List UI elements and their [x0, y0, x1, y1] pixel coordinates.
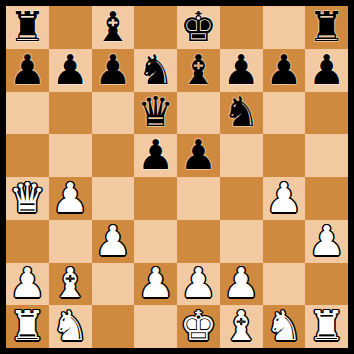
white-pawn[interactable]: ♟	[137, 263, 174, 304]
square-b3[interactable]	[49, 220, 92, 263]
square-h2[interactable]	[305, 263, 348, 306]
square-a6[interactable]	[6, 92, 49, 135]
square-c7[interactable]: ♟	[92, 49, 135, 92]
white-pawn[interactable]: ♟	[52, 178, 89, 219]
square-h7[interactable]: ♟	[305, 49, 348, 92]
black-bishop[interactable]: ♝	[94, 7, 131, 48]
square-e2[interactable]: ♟	[177, 263, 220, 306]
white-pawn[interactable]: ♟	[94, 221, 131, 262]
square-d2[interactable]: ♟	[134, 263, 177, 306]
square-e8[interactable]: ♚	[177, 6, 220, 49]
square-a1[interactable]: ♜	[6, 305, 49, 348]
square-d1[interactable]	[134, 305, 177, 348]
square-f8[interactable]	[220, 6, 263, 49]
white-pawn[interactable]: ♟	[265, 178, 302, 219]
black-pawn[interactable]: ♟	[94, 50, 131, 91]
square-c1[interactable]	[92, 305, 135, 348]
black-knight[interactable]: ♞	[137, 50, 174, 91]
square-f6[interactable]: ♞	[220, 92, 263, 135]
black-pawn[interactable]: ♟	[137, 135, 174, 176]
square-b2[interactable]: ♝	[49, 263, 92, 306]
square-b6[interactable]	[49, 92, 92, 135]
square-g1[interactable]: ♞	[263, 305, 306, 348]
square-a2[interactable]: ♟	[6, 263, 49, 306]
square-b7[interactable]: ♟	[49, 49, 92, 92]
black-rook[interactable]: ♜	[9, 7, 46, 48]
square-c5[interactable]	[92, 134, 135, 177]
square-a7[interactable]: ♟	[6, 49, 49, 92]
square-g2[interactable]	[263, 263, 306, 306]
square-d4[interactable]	[134, 177, 177, 220]
square-b5[interactable]	[49, 134, 92, 177]
square-e7[interactable]: ♝	[177, 49, 220, 92]
black-rook[interactable]: ♜	[308, 7, 345, 48]
black-bishop[interactable]: ♝	[180, 50, 217, 91]
white-queen[interactable]: ♛	[9, 178, 46, 219]
square-e1[interactable]: ♚	[177, 305, 220, 348]
square-h6[interactable]	[305, 92, 348, 135]
white-pawn[interactable]: ♟	[223, 263, 260, 304]
square-f3[interactable]	[220, 220, 263, 263]
white-knight[interactable]: ♞	[265, 306, 302, 347]
square-f7[interactable]: ♟	[220, 49, 263, 92]
white-bishop[interactable]: ♝	[223, 306, 260, 347]
chess-board: ♜♝♚♜♟♟♟♞♝♟♟♟♛♞♟♟♛♟♟♟♟♟♝♟♟♟♜♞♚♝♞♜	[6, 6, 348, 348]
square-h5[interactable]	[305, 134, 348, 177]
square-g3[interactable]	[263, 220, 306, 263]
square-b1[interactable]: ♞	[49, 305, 92, 348]
square-h3[interactable]: ♟	[305, 220, 348, 263]
white-rook[interactable]: ♜	[308, 306, 345, 347]
square-f4[interactable]	[220, 177, 263, 220]
board-frame: ♜♝♚♜♟♟♟♞♝♟♟♟♛♞♟♟♛♟♟♟♟♟♝♟♟♟♜♞♚♝♞♜	[0, 0, 354, 354]
white-bishop[interactable]: ♝	[52, 263, 89, 304]
square-d6[interactable]: ♛	[134, 92, 177, 135]
square-a4[interactable]: ♛	[6, 177, 49, 220]
square-g4[interactable]: ♟	[263, 177, 306, 220]
square-g5[interactable]	[263, 134, 306, 177]
square-c8[interactable]: ♝	[92, 6, 135, 49]
square-d3[interactable]	[134, 220, 177, 263]
square-f5[interactable]	[220, 134, 263, 177]
square-c6[interactable]	[92, 92, 135, 135]
square-g8[interactable]	[263, 6, 306, 49]
square-d5[interactable]: ♟	[134, 134, 177, 177]
black-pawn[interactable]: ♟	[308, 50, 345, 91]
white-rook[interactable]: ♜	[9, 306, 46, 347]
white-king[interactable]: ♚	[180, 306, 217, 347]
white-pawn[interactable]: ♟	[9, 263, 46, 304]
black-pawn[interactable]: ♟	[52, 50, 89, 91]
square-f2[interactable]: ♟	[220, 263, 263, 306]
square-a5[interactable]	[6, 134, 49, 177]
black-pawn[interactable]: ♟	[180, 135, 217, 176]
square-f1[interactable]: ♝	[220, 305, 263, 348]
square-d7[interactable]: ♞	[134, 49, 177, 92]
black-pawn[interactable]: ♟	[265, 50, 302, 91]
square-d8[interactable]	[134, 6, 177, 49]
white-knight[interactable]: ♞	[52, 306, 89, 347]
square-c3[interactable]: ♟	[92, 220, 135, 263]
square-h4[interactable]	[305, 177, 348, 220]
square-h1[interactable]: ♜	[305, 305, 348, 348]
square-e6[interactable]	[177, 92, 220, 135]
white-pawn[interactable]: ♟	[180, 263, 217, 304]
white-pawn[interactable]: ♟	[308, 221, 345, 262]
square-e3[interactable]	[177, 220, 220, 263]
square-g6[interactable]	[263, 92, 306, 135]
square-c2[interactable]	[92, 263, 135, 306]
black-pawn[interactable]: ♟	[9, 50, 46, 91]
square-g7[interactable]: ♟	[263, 49, 306, 92]
square-c4[interactable]	[92, 177, 135, 220]
black-pawn[interactable]: ♟	[223, 50, 260, 91]
black-king[interactable]: ♚	[180, 7, 217, 48]
square-h8[interactable]: ♜	[305, 6, 348, 49]
black-queen[interactable]: ♛	[137, 92, 174, 133]
square-e5[interactable]: ♟	[177, 134, 220, 177]
square-e4[interactable]	[177, 177, 220, 220]
square-b8[interactable]	[49, 6, 92, 49]
square-a3[interactable]	[6, 220, 49, 263]
square-b4[interactable]: ♟	[49, 177, 92, 220]
square-a8[interactable]: ♜	[6, 6, 49, 49]
black-knight[interactable]: ♞	[223, 92, 260, 133]
